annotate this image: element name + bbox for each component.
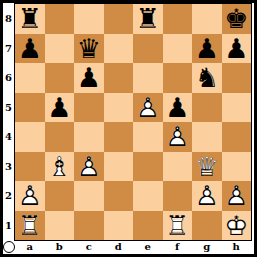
white-pawn-piece[interactable]: ♟︎♙︎ — [222, 181, 252, 211]
piece-outline-glyph: ♕︎ — [192, 152, 222, 182]
square-e1[interactable] — [133, 211, 163, 241]
black-rook-piece[interactable]: ♜︎ — [133, 4, 163, 34]
square-a2[interactable]: ♟︎♙︎ — [15, 181, 45, 211]
square-e2[interactable] — [133, 181, 163, 211]
piece-glyph: ♟︎ — [222, 34, 252, 64]
black-knight-piece[interactable]: ♞︎ — [192, 63, 222, 93]
square-g5[interactable] — [192, 93, 222, 123]
white-bishop-piece[interactable]: ♝︎♗︎ — [45, 152, 75, 182]
square-d7[interactable] — [104, 34, 134, 64]
square-e4[interactable] — [133, 122, 163, 152]
file-label-a: a — [15, 240, 45, 253]
square-c8[interactable] — [74, 4, 104, 34]
rank-label-6: 6 — [3, 63, 14, 93]
piece-glyph: ♜︎ — [133, 4, 163, 34]
black-pawn-piece[interactable]: ♟︎ — [222, 34, 252, 64]
square-c4[interactable] — [74, 122, 104, 152]
square-g8[interactable] — [192, 4, 222, 34]
black-queen-piece[interactable]: ♛︎ — [74, 34, 104, 64]
square-a3[interactable] — [15, 152, 45, 182]
square-f3[interactable] — [163, 152, 193, 182]
square-c2[interactable] — [74, 181, 104, 211]
rank-label-3: 3 — [3, 152, 14, 182]
square-a4[interactable] — [15, 122, 45, 152]
white-pawn-piece[interactable]: ♟︎♙︎ — [74, 152, 104, 182]
square-d2[interactable] — [104, 181, 134, 211]
black-pawn-piece[interactable]: ♟︎ — [15, 34, 45, 64]
piece-outline-glyph: ♙︎ — [15, 181, 45, 211]
square-h3[interactable] — [222, 152, 252, 182]
rank-label-2: 2 — [3, 181, 14, 211]
square-h6[interactable] — [222, 63, 252, 93]
black-pawn-piece[interactable]: ♟︎ — [163, 93, 193, 123]
piece-outline-glyph: ♙︎ — [163, 122, 193, 152]
piece-glyph: ♛︎ — [74, 34, 104, 64]
rank-label-8: 8 — [3, 4, 14, 34]
square-b2[interactable] — [45, 181, 75, 211]
piece-outline-glyph: ♙︎ — [133, 93, 163, 123]
file-label-g: g — [192, 240, 222, 253]
white-rook-piece[interactable]: ♜︎♖︎ — [163, 211, 193, 241]
piece-outline-glyph: ♔︎ — [222, 211, 252, 241]
piece-outline-glyph: ♖︎ — [15, 211, 45, 241]
piece-glyph: ♞︎ — [192, 63, 222, 93]
file-label-e: e — [133, 240, 163, 253]
square-a6[interactable] — [15, 63, 45, 93]
square-f1[interactable]: ♜︎♖︎ — [163, 211, 193, 241]
white-pawn-piece[interactable]: ♟︎♙︎ — [192, 181, 222, 211]
square-a5[interactable] — [15, 93, 45, 123]
square-d3[interactable] — [104, 152, 134, 182]
black-pawn-piece[interactable]: ♟︎ — [45, 93, 75, 123]
square-d1[interactable] — [104, 211, 134, 241]
black-rook-piece[interactable]: ♜︎ — [15, 4, 45, 34]
square-b5[interactable]: ♟︎ — [45, 93, 75, 123]
square-g3[interactable]: ♛︎♕︎ — [192, 152, 222, 182]
rank-label-1: 1 — [3, 211, 14, 241]
white-pawn-piece[interactable]: ♟︎♙︎ — [15, 181, 45, 211]
square-e8[interactable]: ♜︎ — [133, 4, 163, 34]
square-c5[interactable] — [74, 93, 104, 123]
square-g4[interactable] — [192, 122, 222, 152]
file-labels: abcdefgh — [15, 240, 251, 253]
file-label-b: b — [45, 240, 75, 253]
square-d4[interactable] — [104, 122, 134, 152]
square-a7[interactable]: ♟︎ — [15, 34, 45, 64]
square-e6[interactable] — [133, 63, 163, 93]
file-label-c: c — [74, 240, 104, 253]
file-label-h: h — [222, 240, 252, 253]
piece-outline-glyph: ♙︎ — [74, 152, 104, 182]
piece-outline-glyph: ♖︎ — [163, 211, 193, 241]
square-f4[interactable]: ♟︎♙︎ — [163, 122, 193, 152]
rank-label-7: 7 — [3, 34, 14, 64]
square-f2[interactable] — [163, 181, 193, 211]
white-king-piece[interactable]: ♚︎♔︎ — [222, 211, 252, 241]
piece-glyph: ♟︎ — [45, 93, 75, 123]
piece-outline-glyph: ♙︎ — [192, 181, 222, 211]
square-h2[interactable]: ♟︎♙︎ — [222, 181, 252, 211]
rank-labels: 87654321 — [3, 4, 14, 240]
white-pawn-piece[interactable]: ♟︎♙︎ — [133, 93, 163, 123]
square-g7[interactable]: ♟︎ — [192, 34, 222, 64]
piece-outline-glyph: ♙︎ — [222, 181, 252, 211]
square-e7[interactable] — [133, 34, 163, 64]
square-b8[interactable] — [45, 4, 75, 34]
piece-glyph: ♟︎ — [15, 34, 45, 64]
chess-diagram: ♜︎♜︎♚︎♟︎♛︎♟︎♟︎♟︎♞︎♟︎♟︎♙︎♟︎♟︎♙︎♝︎♗︎♟︎♙︎♛︎… — [0, 0, 257, 257]
white-rook-piece[interactable]: ♜︎♖︎ — [15, 211, 45, 241]
piece-glyph: ♟︎ — [163, 93, 193, 123]
white-pawn-piece[interactable]: ♟︎♙︎ — [163, 122, 193, 152]
square-d6[interactable] — [104, 63, 134, 93]
file-label-d: d — [104, 240, 134, 253]
piece-glyph: ♟︎ — [192, 34, 222, 64]
rank-label-4: 4 — [3, 122, 14, 152]
square-c7[interactable]: ♛︎ — [74, 34, 104, 64]
square-h1[interactable]: ♚︎♔︎ — [222, 211, 252, 241]
square-h4[interactable] — [222, 122, 252, 152]
square-d5[interactable] — [104, 93, 134, 123]
square-d8[interactable] — [104, 4, 134, 34]
square-e3[interactable] — [133, 152, 163, 182]
square-b1[interactable] — [45, 211, 75, 241]
square-e5[interactable]: ♟︎♙︎ — [133, 93, 163, 123]
square-a1[interactable]: ♜︎♖︎ — [15, 211, 45, 241]
square-h8[interactable]: ♚︎ — [222, 4, 252, 34]
black-pawn-piece[interactable]: ♟︎ — [192, 34, 222, 64]
square-a8[interactable]: ♜︎ — [15, 4, 45, 34]
square-b4[interactable] — [45, 122, 75, 152]
rank-label-5: 5 — [3, 93, 14, 123]
black-pawn-piece[interactable]: ♟︎ — [74, 63, 104, 93]
square-c1[interactable] — [74, 211, 104, 241]
square-h5[interactable] — [222, 93, 252, 123]
square-g2[interactable]: ♟︎♙︎ — [192, 181, 222, 211]
square-f7[interactable] — [163, 34, 193, 64]
square-c3[interactable]: ♟︎♙︎ — [74, 152, 104, 182]
square-c6[interactable]: ♟︎ — [74, 63, 104, 93]
square-b6[interactable] — [45, 63, 75, 93]
square-f5[interactable]: ♟︎ — [163, 93, 193, 123]
piece-outline-glyph: ♗︎ — [45, 152, 75, 182]
black-king-piece[interactable]: ♚︎ — [222, 4, 252, 34]
file-label-f: f — [163, 240, 193, 253]
square-h7[interactable]: ♟︎ — [222, 34, 252, 64]
square-b3[interactable]: ♝︎♗︎ — [45, 152, 75, 182]
square-f6[interactable] — [163, 63, 193, 93]
white-queen-piece[interactable]: ♛︎♕︎ — [192, 152, 222, 182]
square-b7[interactable] — [45, 34, 75, 64]
square-g1[interactable] — [192, 211, 222, 241]
square-f8[interactable] — [163, 4, 193, 34]
piece-glyph: ♟︎ — [74, 63, 104, 93]
turn-indicator-circle — [3, 241, 15, 253]
square-g6[interactable]: ♞︎ — [192, 63, 222, 93]
piece-glyph: ♜︎ — [15, 4, 45, 34]
piece-glyph: ♚︎ — [222, 4, 252, 34]
chess-board: ♜︎♜︎♚︎♟︎♛︎♟︎♟︎♟︎♞︎♟︎♟︎♙︎♟︎♟︎♙︎♝︎♗︎♟︎♙︎♛︎… — [14, 3, 252, 241]
